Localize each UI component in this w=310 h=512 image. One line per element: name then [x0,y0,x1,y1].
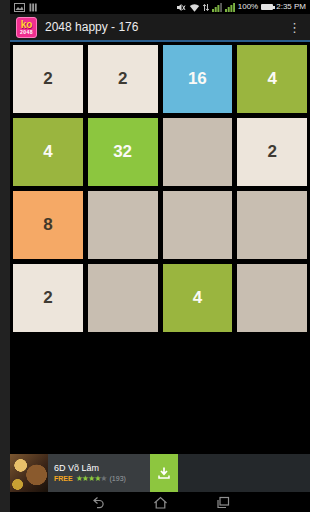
empty-cell-r2c3 [163,118,233,186]
tile-16-r1c3: 16 [163,45,233,113]
status-right-icons: 100% 2:35 PM [176,2,306,12]
clock-label: 2:35 PM [276,3,306,11]
overflow-menu-icon[interactable]: ⋮ [285,21,304,34]
app-launcher-icon: ko 2048 [16,17,37,38]
tile-4-r4c3: 4 [163,264,233,332]
status-left-icons [14,3,37,12]
tile-2-r1c1: 2 [13,45,83,113]
tile-8-r3c1: 8 [13,191,83,259]
tile-4-r1c4: 4 [237,45,307,113]
tile-2-r4c1: 2 [13,264,83,332]
empty-cell-r4c4 [237,264,307,332]
empty-cell-r3c3 [163,191,233,259]
tile-4-r2c1: 4 [13,118,83,186]
empty-cell-r3c4 [237,191,307,259]
data-arrows-icon [203,3,209,12]
tile-2-r1c2: 2 [88,45,158,113]
tile-32-r2c2: 32 [88,118,158,186]
app-title: 2048 happy - 176 [45,20,277,34]
app-icon-text-2048: 2048 [20,29,33,35]
sim1-signal-icon [212,2,222,12]
sim2-signal-icon [225,2,235,12]
ad-price-label: FREE [54,475,73,482]
board-background-area [10,335,310,454]
battery-icon [261,4,273,10]
ad-rating-count: (193) [110,475,126,482]
navigation-bar [10,492,310,512]
game-board-2048[interactable]: 221644322824 [10,42,310,335]
download-icon [157,466,171,480]
stars-filled: ★★★★ [76,474,101,483]
tile-2-r2c4: 2 [237,118,307,186]
home-button-icon[interactable] [153,496,168,509]
star-empty: ★ [100,474,106,483]
app-notification-icon [29,3,37,12]
status-bar: 100% 2:35 PM [10,0,310,14]
wifi-icon [189,3,200,12]
mute-icon [176,3,186,12]
back-button-icon[interactable] [91,496,105,509]
star-rating: ★★★★★ [76,475,107,483]
ad-thumbnail-image[interactable] [10,454,48,492]
ad-title: 6D Võ Lâm [54,464,150,473]
app-bar: ko 2048 2048 happy - 176 ⋮ [10,14,310,42]
ad-banner-filler [178,454,310,492]
ad-meta: FREE ★★★★★ (193) [54,475,150,483]
empty-cell-r3c2 [88,191,158,259]
ad-download-button[interactable] [150,454,178,492]
screenshot-notification-icon [14,3,25,12]
empty-cell-r4c2 [88,264,158,332]
battery-percent-label: 100% [238,3,258,11]
phone-screen: 100% 2:35 PM ko 2048 2048 happy - 176 ⋮ … [10,0,310,512]
recents-button-icon[interactable] [216,496,230,509]
app-icon-text-ko: ko [21,20,33,29]
ad-info[interactable]: 6D Võ Lâm FREE ★★★★★ (193) [48,454,150,492]
ad-banner[interactable]: 6D Võ Lâm FREE ★★★★★ (193) [10,454,310,492]
